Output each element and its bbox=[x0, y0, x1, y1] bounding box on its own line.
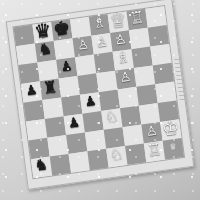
square-a1: ♞ bbox=[31, 157, 52, 178]
square-b1 bbox=[50, 154, 71, 175]
piece-black-pawn: ♟ bbox=[60, 59, 73, 74]
piece-black-knight: ♞ bbox=[34, 157, 49, 174]
piece-white-knight: ♘ bbox=[104, 109, 119, 126]
piece-white-bishop: ♗ bbox=[92, 15, 107, 32]
piece-white-queen: ♕ bbox=[108, 10, 127, 31]
board-grid: ♛♚♗♕♖♞♙♙♙♟♗♟♜♙♟♟♘♙♔♞♘♖♛··· bbox=[14, 6, 184, 178]
piece-white-pawn: ♙ bbox=[76, 37, 89, 52]
piece-white-rook: ♖ bbox=[129, 9, 145, 27]
piece-white-pawn: ♙ bbox=[114, 32, 127, 47]
piece-black-queen: ♛ bbox=[33, 20, 52, 41]
photo-chess-board: ♛♚♗♕♖♞♙♙♙♟♗♟♜♙♟♟♘♙♔♞♘♖♛··· bbox=[0, 0, 200, 200]
piece-black-rook: ♜ bbox=[42, 78, 58, 96]
piece-black-pawn: ♟ bbox=[84, 94, 97, 109]
square-h1: ♛··· bbox=[163, 138, 184, 159]
square-c1 bbox=[69, 151, 90, 172]
piece-white-bishop: ♗ bbox=[115, 50, 130, 67]
piece-black-pawn: ♟ bbox=[67, 115, 80, 130]
board-emblem-crown-icon: ♛··· bbox=[165, 140, 182, 157]
piece-black-knight: ♞ bbox=[38, 41, 53, 58]
square-f1 bbox=[125, 143, 146, 164]
piece-white-king: ♔ bbox=[161, 117, 180, 138]
piece-black-king: ♚ bbox=[52, 18, 71, 39]
square-g1: ♖ bbox=[144, 141, 165, 162]
piece-white-pawn: ♙ bbox=[145, 123, 158, 138]
chess-board: ♛♚♗♕♖♞♙♙♙♟♗♟♜♙♟♟♘♙♔♞♘♖♛··· bbox=[6, 0, 195, 190]
piece-white-pawn: ♙ bbox=[119, 70, 132, 85]
square-d1 bbox=[87, 149, 108, 170]
piece-white-rook: ♖ bbox=[146, 141, 162, 159]
piece-black-pawn: ♟ bbox=[25, 83, 38, 98]
piece-white-knight: ♘ bbox=[109, 146, 124, 163]
piece-white-pawn: ♙ bbox=[95, 35, 108, 50]
square-e1: ♘ bbox=[106, 146, 127, 167]
